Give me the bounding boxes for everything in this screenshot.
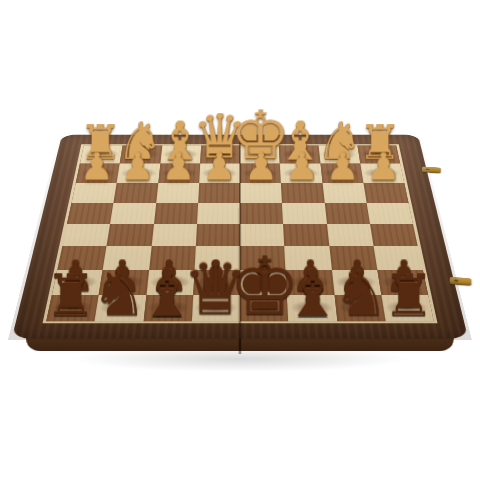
square-r3c3[interactable] bbox=[197, 203, 240, 224]
square-r7c5[interactable]: ♝ bbox=[287, 295, 337, 321]
square-r1c6[interactable]: ♟ bbox=[320, 164, 363, 183]
piece-bR[interactable]: ♜ bbox=[383, 273, 435, 320]
square-r1c3[interactable]: ♟ bbox=[199, 164, 240, 183]
square-r1c4[interactable]: ♟ bbox=[240, 164, 281, 183]
square-r3c0[interactable] bbox=[67, 203, 114, 224]
square-r4c6[interactable] bbox=[327, 224, 374, 246]
piece-bB[interactable]: ♝ bbox=[138, 268, 196, 320]
piece-wP[interactable]: ♟ bbox=[202, 151, 236, 181]
square-r2c6[interactable] bbox=[322, 183, 366, 203]
square-r2c3[interactable] bbox=[198, 183, 240, 203]
square-r1c5[interactable]: ♟ bbox=[280, 164, 322, 183]
piece-wP[interactable]: ♟ bbox=[161, 151, 195, 181]
board-frame: ♜♞♝♛♚♝♞♜♟♟♟♟♟♟♟♟♟♟♟♟♟♟♟♟♜♞♝♛♚♝♞♜ bbox=[12, 135, 468, 339]
square-r3c6[interactable] bbox=[324, 203, 370, 224]
piece-bR[interactable]: ♜ bbox=[44, 273, 96, 320]
piece-wP[interactable]: ♟ bbox=[285, 151, 319, 181]
square-r4c7[interactable] bbox=[370, 224, 418, 246]
square-r1c1[interactable]: ♟ bbox=[117, 164, 160, 183]
square-r4c1[interactable] bbox=[107, 224, 154, 246]
square-r4c0[interactable] bbox=[62, 224, 110, 246]
piece-wP[interactable]: ♟ bbox=[367, 151, 401, 181]
product-photo-canvas: ♜♞♝♛♚♝♞♜♟♟♟♟♟♟♟♟♟♟♟♟♟♟♟♟♜♞♝♛♚♝♞♜ bbox=[0, 0, 480, 480]
square-r1c7[interactable]: ♟ bbox=[360, 164, 404, 183]
square-r3c7[interactable] bbox=[366, 203, 413, 224]
square-r1c2[interactable]: ♟ bbox=[158, 164, 200, 183]
piece-wP[interactable]: ♟ bbox=[244, 151, 278, 181]
square-r7c3[interactable]: ♛ bbox=[192, 295, 240, 321]
piece-bB[interactable]: ♝ bbox=[284, 268, 342, 320]
square-r2c1[interactable] bbox=[114, 183, 158, 203]
square-r3c4[interactable] bbox=[240, 203, 283, 224]
folding-chessboard: ♜♞♝♛♚♝♞♜♟♟♟♟♟♟♟♟♟♟♟♟♟♟♟♟♜♞♝♛♚♝♞♜ bbox=[12, 135, 468, 339]
square-r2c5[interactable] bbox=[281, 183, 324, 203]
square-r2c0[interactable] bbox=[72, 183, 117, 203]
piece-wP[interactable]: ♟ bbox=[326, 151, 360, 181]
square-r2c2[interactable] bbox=[156, 183, 199, 203]
square-r1c0[interactable]: ♟ bbox=[76, 164, 120, 183]
piece-wP[interactable]: ♟ bbox=[120, 151, 154, 181]
square-r3c1[interactable] bbox=[110, 203, 156, 224]
square-r2c7[interactable] bbox=[363, 183, 408, 203]
square-r3c2[interactable] bbox=[154, 203, 198, 224]
square-r7c2[interactable]: ♝ bbox=[143, 295, 193, 321]
square-r4c2[interactable] bbox=[151, 224, 197, 246]
square-r2c4[interactable] bbox=[240, 183, 282, 203]
square-r3c5[interactable] bbox=[282, 203, 326, 224]
piece-wP[interactable]: ♟ bbox=[79, 151, 113, 181]
